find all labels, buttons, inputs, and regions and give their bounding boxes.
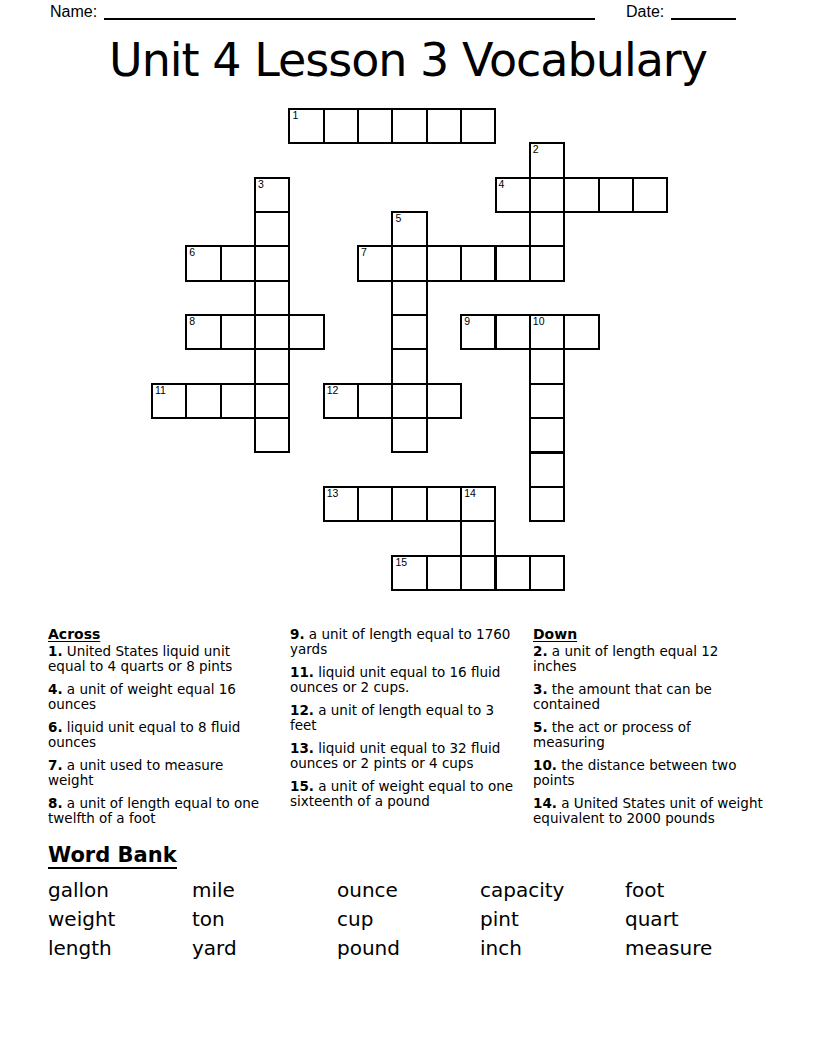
grid-cell-r2c3[interactable]: 3 <box>254 177 290 213</box>
clue-2-down: 2. a unit of length equal 12 inches <box>533 644 766 674</box>
grid-cell-r2c11[interactable] <box>529 177 565 213</box>
word-bank-word-weight: weight <box>48 905 192 934</box>
grid-cell-r8c6[interactable] <box>357 383 393 419</box>
page-title: Unit 4 Lesson 3 Vocabulary <box>0 30 816 90</box>
clue-8-across: 8. a unit of length equal to one twelfth… <box>48 796 268 826</box>
grid-cell-r6c1[interactable]: 8 <box>185 314 221 350</box>
clue-15-across: 15. a unit of weight equal to one sixtee… <box>290 779 518 809</box>
clue-11-across: 11. liquid unit equal to 16 fluid ounces… <box>290 665 518 695</box>
grid-cell-r8c11[interactable] <box>529 383 565 419</box>
grid-cell-r8c0[interactable]: 11 <box>151 383 187 419</box>
grid-cell-r3c7[interactable]: 5 <box>391 211 427 247</box>
across-clues-column: Across 1. United States liquid unit equa… <box>48 627 268 834</box>
grid-cell-r0c5[interactable] <box>323 108 359 144</box>
cell-number-6: 6 <box>189 247 195 258</box>
word-bank-word-ounce: ounce <box>337 876 480 905</box>
clue-10-down: 10. the distance between two points <box>533 758 766 788</box>
grid-cell-r13c11[interactable] <box>529 555 565 591</box>
grid-cell-r12c9[interactable] <box>460 520 496 556</box>
grid-cell-r0c4[interactable]: 1 <box>288 108 324 144</box>
cell-number-14: 14 <box>464 488 476 499</box>
grid-cell-r4c11[interactable] <box>529 245 565 281</box>
clue-number: 12. <box>290 702 314 718</box>
grid-cell-r8c3[interactable] <box>254 383 290 419</box>
grid-cell-r6c9[interactable]: 9 <box>460 314 496 350</box>
word-bank-word-ton: ton <box>192 905 337 934</box>
grid-cell-r7c7[interactable] <box>391 348 427 384</box>
grid-cell-r4c7[interactable] <box>391 245 427 281</box>
clue-number: 1. <box>48 643 63 659</box>
grid-cell-r0c8[interactable] <box>426 108 462 144</box>
word-bank-word-quart: quart <box>625 905 773 934</box>
crossword-grid: 123456789101112131415 <box>151 108 669 592</box>
grid-cell-r8c2[interactable] <box>220 383 256 419</box>
grid-cell-r9c3[interactable] <box>254 417 290 453</box>
grid-cell-r4c2[interactable] <box>220 245 256 281</box>
name-label: Name: <box>50 3 97 21</box>
word-bank-word-yard: yard <box>192 934 337 963</box>
clue-9-across: 9. a unit of length equal to 1760 yards <box>290 627 518 657</box>
clue-1-across: 1. United States liquid unit equal to 4 … <box>48 644 268 674</box>
word-bank-word-mile: mile <box>192 876 337 905</box>
grid-cell-r13c9[interactable] <box>460 555 496 591</box>
clue-3-down: 3. the amount that can be contained <box>533 682 766 712</box>
clue-number: 7. <box>48 757 63 773</box>
word-bank-word-gallon: gallon <box>48 876 192 905</box>
cell-number-10: 10 <box>533 316 545 327</box>
grid-cell-r2c14[interactable] <box>632 177 668 213</box>
cell-number-3: 3 <box>258 179 264 190</box>
grid-cell-r11c9[interactable]: 14 <box>460 486 496 522</box>
across-clues-column-2: 9. a unit of length equal to 1760 yards1… <box>290 627 518 817</box>
worksheet-page: Name: Date: Unit 4 Lesson 3 Vocabulary 1… <box>0 0 816 1056</box>
cell-number-9: 9 <box>464 316 470 327</box>
grid-cell-r6c3[interactable] <box>254 314 290 350</box>
cell-number-1: 1 <box>292 110 298 121</box>
clue-12-across: 12. a unit of length equal to 3 feet <box>290 703 518 733</box>
grid-cell-r6c2[interactable] <box>220 314 256 350</box>
cell-number-4: 4 <box>499 179 505 190</box>
clue-14-down: 14. a United States unit of weight equiv… <box>533 796 766 826</box>
grid-cell-r1c11[interactable]: 2 <box>529 142 565 178</box>
clue-number: 5. <box>533 719 548 735</box>
grid-cell-r13c8[interactable] <box>426 555 462 591</box>
cell-number-13: 13 <box>327 488 339 499</box>
word-bank-word-measure: measure <box>625 934 773 963</box>
word-bank-word-inch: inch <box>480 934 625 963</box>
clue-number: 3. <box>533 681 548 697</box>
grid-cell-r2c12[interactable] <box>563 177 599 213</box>
grid-cell-r8c8[interactable] <box>426 383 462 419</box>
grid-cell-r3c3[interactable] <box>254 211 290 247</box>
grid-cell-r6c4[interactable] <box>288 314 324 350</box>
clue-number: 4. <box>48 681 63 697</box>
across-heading: Across <box>48 627 268 642</box>
clue-4-across: 4. a unit of weight equal 16 ounces <box>48 682 268 712</box>
word-bank-word-length: length <box>48 934 192 963</box>
grid-cell-r5c7[interactable] <box>391 280 427 316</box>
grid-cell-r9c11[interactable] <box>529 417 565 453</box>
word-bank-word-pound: pound <box>337 934 480 963</box>
word-bank-word-cup: cup <box>337 905 480 934</box>
word-bank-word-capacity: capacity <box>480 876 625 905</box>
grid-cell-r2c10[interactable]: 4 <box>495 177 531 213</box>
grid-cell-r6c7[interactable] <box>391 314 427 350</box>
cell-number-2: 2 <box>533 144 539 155</box>
clue-number: 11. <box>290 664 314 680</box>
grid-cell-r8c5[interactable]: 12 <box>323 383 359 419</box>
down-heading: Down <box>533 627 766 642</box>
grid-cell-r4c8[interactable] <box>426 245 462 281</box>
grid-cell-r11c6[interactable] <box>357 486 393 522</box>
clue-number: 9. <box>290 626 305 642</box>
grid-cell-r4c9[interactable] <box>460 245 496 281</box>
grid-cell-r8c1[interactable] <box>185 383 221 419</box>
grid-cell-r13c10[interactable] <box>495 555 531 591</box>
grid-cell-r0c6[interactable] <box>357 108 393 144</box>
clue-number: 15. <box>290 778 314 794</box>
grid-cell-r11c5[interactable]: 13 <box>323 486 359 522</box>
grid-cell-r4c1[interactable]: 6 <box>185 245 221 281</box>
grid-cell-r11c8[interactable] <box>426 486 462 522</box>
cell-number-11: 11 <box>155 385 166 396</box>
name-fill-line[interactable] <box>104 1 595 20</box>
clue-13-across: 13. liquid unit equal to 32 fluid ounces… <box>290 741 518 771</box>
clue-6-across: 6. liquid unit equal to 8 fluid ounces <box>48 720 268 750</box>
grid-cell-r2c13[interactable] <box>598 177 634 213</box>
clue-number: 6. <box>48 719 63 735</box>
word-bank-word-foot: foot <box>625 876 773 905</box>
clue-number: 10. <box>533 757 557 773</box>
down-clues-column: Down 2. a unit of length equal 12 inches… <box>533 627 766 834</box>
clue-number: 2. <box>533 643 548 659</box>
clue-number: 8. <box>48 795 63 811</box>
grid-cell-r13c7[interactable]: 15 <box>391 555 427 591</box>
word-bank: Word Bank gallonmileouncecapacityfootwei… <box>48 844 773 962</box>
grid-cell-r4c3[interactable] <box>254 245 290 281</box>
grid-cell-r11c7[interactable] <box>391 486 427 522</box>
clue-7-across: 7. a unit used to measure weight <box>48 758 268 788</box>
grid-cell-r3c11[interactable] <box>529 211 565 247</box>
grid-cell-r0c9[interactable] <box>460 108 496 144</box>
date-fill-line[interactable] <box>671 1 736 20</box>
grid-cell-r6c12[interactable] <box>563 314 599 350</box>
grid-cell-r8c7[interactable] <box>391 383 427 419</box>
date-label: Date: <box>626 3 664 21</box>
grid-cell-r9c7[interactable] <box>391 417 427 453</box>
cell-number-8: 8 <box>189 316 195 327</box>
cell-number-12: 12 <box>327 385 339 396</box>
grid-cell-r7c11[interactable] <box>529 348 565 384</box>
word-bank-heading: Word Bank <box>48 844 177 869</box>
grid-cell-r6c11[interactable]: 10 <box>529 314 565 350</box>
grid-cell-r5c3[interactable] <box>254 280 290 316</box>
cell-number-15: 15 <box>395 557 407 568</box>
clue-number: 13. <box>290 740 314 756</box>
clue-number: 14. <box>533 795 557 811</box>
grid-cell-r7c3[interactable] <box>254 348 290 384</box>
clue-5-down: 5. the act or process of measuring <box>533 720 766 750</box>
grid-cell-r11c11[interactable] <box>529 486 565 522</box>
cell-number-5: 5 <box>395 213 401 224</box>
cell-number-7: 7 <box>361 247 367 258</box>
grid-cell-r10c11[interactable] <box>529 452 565 488</box>
grid-cell-r4c6[interactable]: 7 <box>357 245 393 281</box>
grid-cell-r0c7[interactable] <box>391 108 427 144</box>
grid-cell-r6c10[interactable] <box>495 314 531 350</box>
word-bank-word-pint: pint <box>480 905 625 934</box>
grid-cell-r4c10[interactable] <box>495 245 531 281</box>
word-bank-words: gallonmileouncecapacityfootweighttoncupp… <box>48 876 773 962</box>
